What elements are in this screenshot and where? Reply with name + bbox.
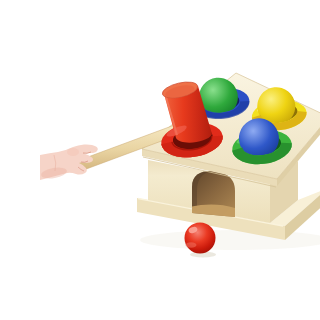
arch-opening	[192, 171, 235, 217]
toy-photo: Wooden hammer-and-ball pounding box toy	[40, 16, 320, 320]
toy-scene: Wooden hammer-and-ball pounding box toy	[40, 16, 320, 320]
red-ball	[185, 223, 216, 254]
red-ball-sheen	[186, 242, 197, 248]
knuckle-blush	[67, 148, 79, 156]
